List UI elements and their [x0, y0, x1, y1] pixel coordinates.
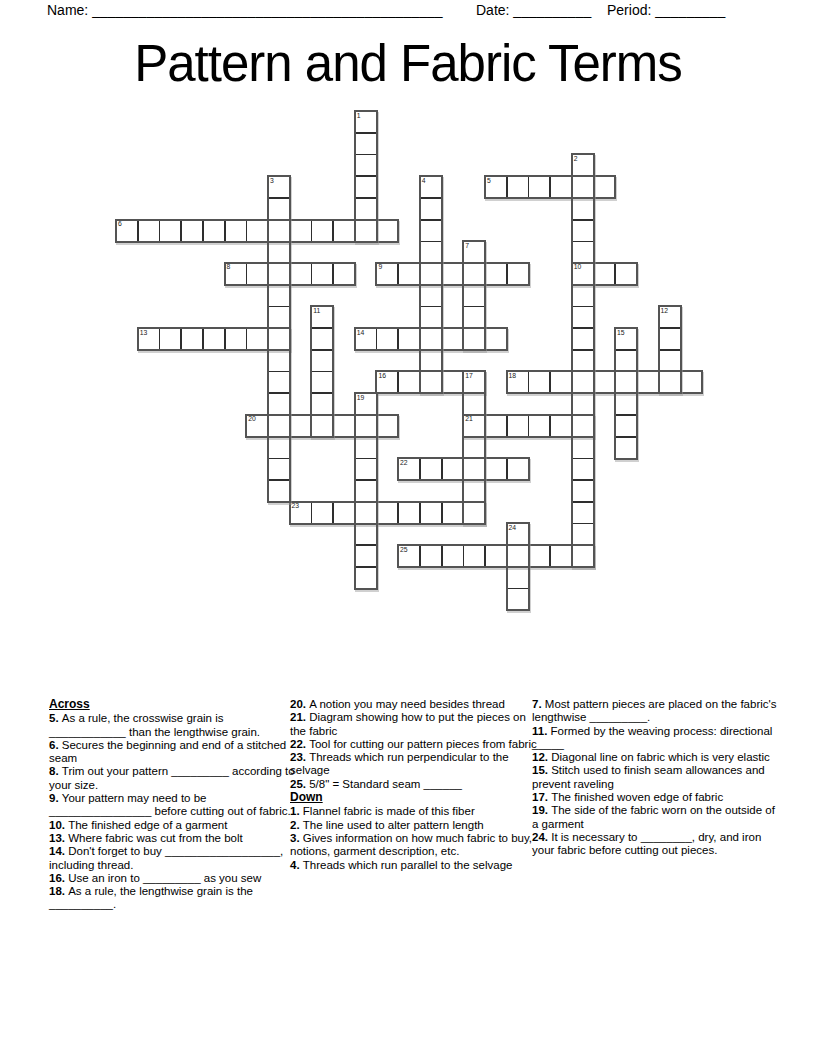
grid-cell[interactable]	[572, 545, 594, 567]
clue-across-16: 16. Use an iron to _________ as you sew	[49, 872, 296, 885]
clue-across-6: 6. Secures the beginning and end of a st…	[49, 739, 296, 766]
grid-cell[interactable]	[572, 198, 594, 220]
grid-cell[interactable]	[290, 263, 312, 285]
grid-cell[interactable]	[311, 371, 333, 393]
grid-cell[interactable]	[225, 263, 247, 285]
grid-cell[interactable]	[528, 545, 550, 567]
grid-cell[interactable]	[485, 458, 507, 480]
grid-cell[interactable]	[398, 263, 420, 285]
clue-across-8: 8. Trim out your pattern _________ accor…	[49, 765, 296, 792]
grid-cell[interactable]	[420, 176, 442, 198]
clues-column-2: 20. A notion you may need besides thread…	[290, 698, 537, 872]
grid-cell[interactable]	[355, 328, 377, 350]
grid-cell[interactable]	[355, 111, 377, 133]
grid-cell[interactable]	[572, 306, 594, 328]
clue-down-11: 11. Formed by the weaving process: direc…	[532, 725, 779, 752]
grid-cell[interactable]	[376, 220, 398, 242]
grid-cell[interactable]	[181, 220, 203, 242]
grid-cell[interactable]	[203, 220, 225, 242]
grid-cell[interactable]	[398, 545, 420, 567]
grid-cell[interactable]	[550, 415, 572, 437]
name-field: Name: __________________________________…	[47, 2, 443, 18]
grid-cell[interactable]	[246, 328, 268, 350]
grid-cell[interactable]	[355, 154, 377, 176]
grid-cell[interactable]	[420, 198, 442, 220]
clue-down-2: 2. The line used to alter pattern length	[290, 819, 537, 832]
grid-cell[interactable]	[268, 306, 290, 328]
clue-across-20: 20. A notion you may need besides thread	[290, 698, 537, 711]
grid-cell[interactable]	[311, 350, 333, 372]
grid-cell[interactable]	[203, 328, 225, 350]
grid-cell[interactable]	[528, 176, 550, 198]
grid-cell[interactable]	[268, 415, 290, 437]
grid-cell[interactable]	[572, 415, 594, 437]
grid-cell[interactable]	[268, 198, 290, 220]
clue-across-5: 5. As a rule, the crosswise grain is ___…	[49, 712, 296, 739]
grid-cell[interactable]	[311, 263, 333, 285]
grid-cell[interactable]	[246, 263, 268, 285]
grid-cell[interactable]	[463, 371, 485, 393]
grid-cell[interactable]	[485, 415, 507, 437]
clue-across-25: 25. 5/8" = Standard seam ______	[290, 778, 537, 791]
grid-cell[interactable]	[355, 415, 377, 437]
grid-cell[interactable]	[463, 393, 485, 415]
grid-cell[interactable]	[376, 502, 398, 524]
grid-cell[interactable]	[615, 350, 637, 372]
grid-cell[interactable]	[485, 545, 507, 567]
grid-cell[interactable]	[268, 285, 290, 307]
grid-cell[interactable]	[442, 371, 464, 393]
grid-cell[interactable]	[572, 350, 594, 372]
grid-cell[interactable]	[420, 306, 442, 328]
grid-cell[interactable]	[507, 523, 529, 545]
grid-cell[interactable]	[376, 371, 398, 393]
grid-cell[interactable]	[572, 437, 594, 459]
page-title: Pattern and Fabric Terms	[0, 34, 816, 93]
clue-across-22: 22. Tool for cutting our pattern pieces …	[290, 738, 537, 751]
grid-cell[interactable]	[355, 502, 377, 524]
grid-cell[interactable]	[615, 437, 637, 459]
grid-cell[interactable]	[181, 328, 203, 350]
name-label: Name:	[47, 2, 88, 18]
grid-cell[interactable]	[659, 371, 681, 393]
grid-cell[interactable]	[593, 176, 615, 198]
grid-cell[interactable]	[572, 502, 594, 524]
grid-cell[interactable]	[138, 328, 160, 350]
grid-cell[interactable]	[398, 458, 420, 480]
grid-cell[interactable]	[420, 241, 442, 263]
grid-cell[interactable]	[463, 263, 485, 285]
grid-cell[interactable]	[311, 502, 333, 524]
grid-cell[interactable]	[507, 545, 529, 567]
clue-across-21: 21. Diagram showing how to put the piece…	[290, 711, 537, 738]
grid-cell[interactable]	[420, 545, 442, 567]
grid-cell[interactable]	[572, 371, 594, 393]
grid-cell[interactable]	[659, 328, 681, 350]
grid-cell[interactable]	[463, 545, 485, 567]
grid-cell[interactable]	[615, 263, 637, 285]
date-field: Date: __________	[476, 2, 591, 18]
clue-across-14: 14. Don't forget to buy ________________…	[49, 845, 296, 872]
grid-cell[interactable]	[615, 393, 637, 415]
grid-cell[interactable]	[615, 328, 637, 350]
clue-down-3: 3. Gives information on how much fabric …	[290, 832, 537, 859]
crossword-grid: 1234567891011121314151617181920212223242…	[116, 111, 702, 610]
grid-cell[interactable]	[268, 480, 290, 502]
grid-cell[interactable]	[615, 415, 637, 437]
grid-cell[interactable]	[290, 220, 312, 242]
grid-cell[interactable]	[268, 328, 290, 350]
clue-list-header: Down	[290, 791, 537, 804]
grid-cell[interactable]	[463, 306, 485, 328]
grid-cell[interactable]	[398, 328, 420, 350]
grid-cell[interactable]	[333, 415, 355, 437]
grid-cell[interactable]	[420, 263, 442, 285]
grid-cell[interactable]	[311, 328, 333, 350]
worksheet-page: Name: __________________________________…	[0, 0, 816, 1056]
date-label: Date:	[476, 2, 509, 18]
grid-cell[interactable]	[572, 285, 594, 307]
grid-cell[interactable]	[376, 263, 398, 285]
grid-cell[interactable]	[398, 502, 420, 524]
grid-cell[interactable]	[572, 480, 594, 502]
grid-cell[interactable]	[485, 176, 507, 198]
clue-across-10: 10. The finished edge of a garment	[49, 819, 296, 832]
clue-down-19: 19. The side of the fabric worn on the o…	[532, 804, 779, 831]
clue-across-18: 18. As a rule, the lengthwise grain is t…	[49, 885, 296, 912]
grid-cell[interactable]	[116, 220, 138, 242]
clue-down-15: 15. Stitch used to finish seam allowance…	[532, 764, 779, 791]
grid-cell[interactable]	[355, 480, 377, 502]
grid-cell[interactable]	[355, 437, 377, 459]
grid-cell[interactable]	[355, 176, 377, 198]
grid-cell[interactable]	[507, 415, 529, 437]
grid-cell[interactable]	[420, 371, 442, 393]
grid-cell[interactable]	[225, 328, 247, 350]
period-blank-line[interactable]: _________	[655, 2, 725, 18]
grid-cell[interactable]	[355, 198, 377, 220]
grid-cell[interactable]	[550, 545, 572, 567]
grid-cell[interactable]	[420, 502, 442, 524]
grid-cell[interactable]	[442, 458, 464, 480]
grid-cell[interactable]	[572, 328, 594, 350]
grid-cell[interactable]	[355, 545, 377, 567]
grid-cell[interactable]	[376, 328, 398, 350]
grid-cell[interactable]	[485, 263, 507, 285]
grid-cell[interactable]	[572, 263, 594, 285]
grid-cell[interactable]	[463, 328, 485, 350]
grid-cell[interactable]	[528, 415, 550, 437]
grid-cell[interactable]	[355, 523, 377, 545]
grid-cell[interactable]	[680, 371, 702, 393]
grid-cell[interactable]	[507, 263, 529, 285]
grid-cell[interactable]	[311, 306, 333, 328]
grid-cell[interactable]	[463, 502, 485, 524]
grid-cell[interactable]	[572, 393, 594, 415]
grid-cell[interactable]	[268, 241, 290, 263]
grid-cell[interactable]	[572, 220, 594, 242]
grid-cell[interactable]	[528, 371, 550, 393]
grid-cell[interactable]	[159, 328, 181, 350]
grid-cell[interactable]	[225, 220, 247, 242]
grid-cell[interactable]	[268, 220, 290, 242]
clues-column-1: Across5. As a rule, the crosswise grain …	[49, 698, 296, 912]
name-blank-line[interactable]: ________________________________________…	[92, 2, 442, 18]
grid-cell[interactable]	[138, 220, 160, 242]
grid-cell[interactable]	[246, 220, 268, 242]
period-label: Period:	[607, 2, 651, 18]
grid-cell[interactable]	[442, 502, 464, 524]
grid-cell[interactable]	[615, 371, 637, 393]
clue-down-4: 4. Threads which run parallel to the sel…	[290, 859, 537, 872]
grid-cell[interactable]	[572, 523, 594, 545]
clue-down-24: 24. It is necessary to ________, dry, an…	[532, 831, 779, 858]
grid-cell[interactable]	[593, 371, 615, 393]
grid-cell[interactable]	[572, 241, 594, 263]
grid-cell[interactable]	[659, 350, 681, 372]
grid-cell[interactable]	[420, 285, 442, 307]
grid-cell[interactable]	[463, 437, 485, 459]
grid-cell[interactable]	[442, 545, 464, 567]
grid-cell[interactable]	[420, 220, 442, 242]
grid-cell[interactable]	[355, 567, 377, 589]
grid-cell[interactable]	[637, 371, 659, 393]
clue-across-9: 9. Your pattern may need to be _________…	[49, 792, 296, 819]
grid-cell[interactable]	[290, 415, 312, 437]
grid-cell[interactable]	[376, 415, 398, 437]
grid-cell[interactable]	[159, 220, 181, 242]
grid-cell[interactable]	[550, 371, 572, 393]
grid-cell[interactable]	[311, 393, 333, 415]
grid-cell[interactable]	[507, 588, 529, 610]
grid-cell[interactable]	[355, 220, 377, 242]
grid-cell[interactable]	[355, 133, 377, 155]
clue-down-12: 12. Diagonal line on fabric which is ver…	[532, 751, 779, 764]
grid-cell[interactable]	[420, 458, 442, 480]
grid-cell[interactable]	[572, 154, 594, 176]
grid-cell[interactable]	[311, 415, 333, 437]
grid-cell[interactable]	[485, 328, 507, 350]
clue-across-13: 13. Where fabric was cut from the bolt	[49, 832, 296, 845]
grid-cell[interactable]	[463, 415, 485, 437]
grid-cell[interactable]	[420, 328, 442, 350]
period-field: Period: _________	[607, 2, 725, 18]
grid-cell[interactable]	[268, 371, 290, 393]
grid-cell[interactable]	[550, 176, 572, 198]
grid-cell[interactable]	[442, 263, 464, 285]
grid-cell[interactable]	[507, 371, 529, 393]
grid-cell[interactable]	[355, 458, 377, 480]
clues-column-3: 7. Most pattern pieces are placed on the…	[532, 698, 779, 858]
clue-across-23: 23. Threads which run perpendicular to t…	[290, 751, 537, 778]
grid-cell[interactable]	[333, 502, 355, 524]
grid-cell[interactable]	[290, 502, 312, 524]
date-blank-line[interactable]: __________	[513, 2, 591, 18]
grid-cell[interactable]	[311, 220, 333, 242]
grid-cell[interactable]	[463, 285, 485, 307]
grid-cell[interactable]	[268, 350, 290, 372]
grid-cell[interactable]	[463, 458, 485, 480]
grid-cell[interactable]	[268, 458, 290, 480]
grid-cell[interactable]	[246, 415, 268, 437]
grid-cell[interactable]	[268, 437, 290, 459]
clue-down-7: 7. Most pattern pieces are placed on the…	[532, 698, 779, 725]
grid-cell[interactable]	[442, 328, 464, 350]
grid-cell[interactable]	[398, 371, 420, 393]
clue-list-header: Across	[49, 698, 296, 711]
grid-cell[interactable]	[268, 176, 290, 198]
grid-cell[interactable]	[333, 263, 355, 285]
grid-cell[interactable]	[572, 176, 594, 198]
grid-cell[interactable]	[268, 263, 290, 285]
grid-cell[interactable]	[268, 393, 290, 415]
grid-cell[interactable]	[593, 263, 615, 285]
grid-cell[interactable]	[463, 480, 485, 502]
clue-down-17: 17. The finished woven edge of fabric	[532, 791, 779, 804]
grid-cell[interactable]	[463, 241, 485, 263]
grid-cell[interactable]	[659, 306, 681, 328]
grid-cell[interactable]	[333, 220, 355, 242]
grid-cell[interactable]	[507, 567, 529, 589]
clue-down-1: 1. Flannel fabric is made of this fiber	[290, 805, 537, 818]
grid-cell[interactable]	[507, 458, 529, 480]
grid-cell[interactable]	[572, 458, 594, 480]
grid-cell[interactable]	[355, 393, 377, 415]
grid-cell[interactable]	[507, 176, 529, 198]
grid-cell[interactable]	[420, 350, 442, 372]
